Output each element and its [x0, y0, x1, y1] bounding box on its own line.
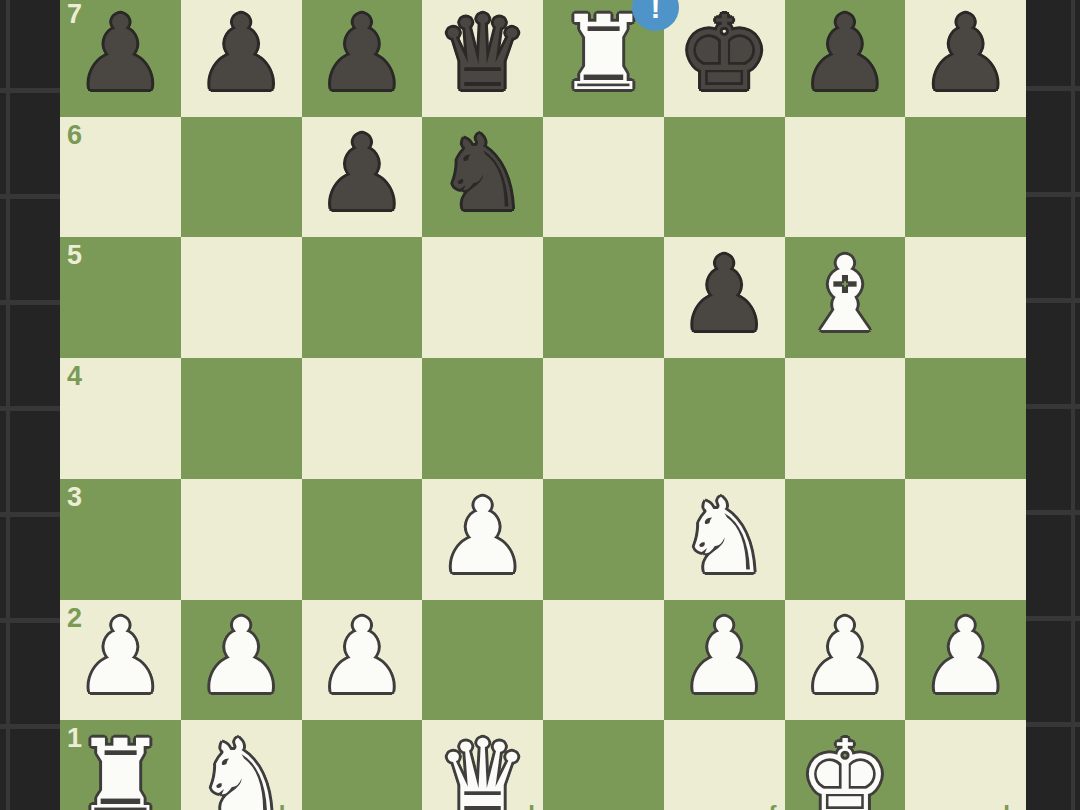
square-f4[interactable]: [664, 358, 785, 479]
square-c7[interactable]: ♟: [302, 0, 423, 117]
square-d6[interactable]: ♞: [422, 117, 543, 238]
square-h6[interactable]: [905, 117, 1026, 238]
white-rook-a1[interactable]: ♜: [60, 717, 181, 810]
square-b5[interactable]: [181, 237, 302, 358]
black-pawn-c6[interactable]: ♟: [302, 114, 423, 235]
square-b1[interactable]: b♞: [181, 720, 302, 810]
square-a1[interactable]: 1a♜: [60, 720, 181, 810]
square-g6[interactable]: [785, 117, 906, 238]
square-f1[interactable]: f: [664, 720, 785, 810]
square-a7[interactable]: 7♟: [60, 0, 181, 117]
white-pawn-d3[interactable]: ♟: [422, 476, 543, 597]
black-knight-d6[interactable]: ♞: [422, 114, 543, 235]
square-c2[interactable]: ♟: [302, 600, 423, 721]
square-b4[interactable]: [181, 358, 302, 479]
black-pawn-f5[interactable]: ♟: [664, 234, 785, 355]
rank-label-6: 6: [67, 120, 82, 151]
square-d5[interactable]: [422, 237, 543, 358]
square-h4[interactable]: [905, 358, 1026, 479]
move-badge-glyph: !: [651, 0, 661, 25]
white-knight-b1[interactable]: ♞: [181, 717, 302, 810]
left-panel-background: [0, 0, 60, 810]
square-a6[interactable]: 6: [60, 117, 181, 238]
square-b3[interactable]: [181, 479, 302, 600]
square-g1[interactable]: g♚: [785, 720, 906, 810]
square-f2[interactable]: ♟: [664, 600, 785, 721]
white-king-g1[interactable]: ♚: [785, 717, 906, 810]
rank-label-3: 3: [67, 482, 82, 513]
white-pawn-f2[interactable]: ♟: [664, 597, 785, 718]
square-f3[interactable]: ♞: [664, 479, 785, 600]
square-c3[interactable]: [302, 479, 423, 600]
file-label-c: c: [401, 801, 414, 810]
right-panel-background: [1026, 0, 1080, 810]
square-g5[interactable]: ♝: [785, 237, 906, 358]
square-f6[interactable]: [664, 117, 785, 238]
square-e2[interactable]: [543, 600, 664, 721]
square-f7[interactable]: ♚: [664, 0, 785, 117]
chess-board[interactable]: 87♟♟♟♛♜♚♟♟6♟♞5♟♝43♟♞2♟♟♟♟♟♟1a♜b♞cd♛efg♚h: [60, 0, 1026, 810]
file-label-h: h: [1003, 801, 1018, 810]
square-d7[interactable]: ♛: [422, 0, 543, 117]
square-g4[interactable]: [785, 358, 906, 479]
square-g3[interactable]: [785, 479, 906, 600]
square-g7[interactable]: ♟: [785, 0, 906, 117]
square-e1[interactable]: e: [543, 720, 664, 810]
black-queen-d7[interactable]: ♛: [422, 0, 543, 114]
rank-label-4: 4: [67, 361, 82, 392]
black-pawn-g7[interactable]: ♟: [785, 0, 906, 114]
square-g2[interactable]: ♟: [785, 600, 906, 721]
square-d2[interactable]: [422, 600, 543, 721]
square-h7[interactable]: ♟: [905, 0, 1026, 117]
square-c5[interactable]: [302, 237, 423, 358]
square-a3[interactable]: 3: [60, 479, 181, 600]
square-c4[interactable]: [302, 358, 423, 479]
square-b2[interactable]: ♟: [181, 600, 302, 721]
square-h3[interactable]: [905, 479, 1026, 600]
square-b6[interactable]: [181, 117, 302, 238]
square-a2[interactable]: 2♟: [60, 600, 181, 721]
white-bishop-g5[interactable]: ♝: [785, 234, 906, 355]
square-c1[interactable]: c: [302, 720, 423, 810]
white-queen-d1[interactable]: ♛: [422, 717, 543, 810]
black-pawn-b7[interactable]: ♟: [181, 0, 302, 114]
square-e5[interactable]: [543, 237, 664, 358]
white-knight-f3[interactable]: ♞: [664, 476, 785, 597]
square-b7[interactable]: ♟: [181, 0, 302, 117]
square-d3[interactable]: ♟: [422, 479, 543, 600]
black-pawn-c7[interactable]: ♟: [302, 0, 423, 114]
white-pawn-h2[interactable]: ♟: [905, 597, 1026, 718]
square-a5[interactable]: 5: [60, 237, 181, 358]
square-d1[interactable]: d♛: [422, 720, 543, 810]
chess-app: 87♟♟♟♛♜♚♟♟6♟♞5♟♝43♟♞2♟♟♟♟♟♟1a♜b♞cd♛efg♚h…: [0, 0, 1080, 810]
square-f5[interactable]: ♟: [664, 237, 785, 358]
square-h5[interactable]: [905, 237, 1026, 358]
square-e3[interactable]: [543, 479, 664, 600]
black-king-f7[interactable]: ♚: [664, 0, 785, 114]
rank-label-5: 5: [67, 240, 82, 271]
white-pawn-g2[interactable]: ♟: [785, 597, 906, 718]
square-e4[interactable]: [543, 358, 664, 479]
white-pawn-b2[interactable]: ♟: [181, 597, 302, 718]
black-pawn-a7[interactable]: ♟: [60, 0, 181, 114]
white-pawn-a2[interactable]: ♟: [60, 597, 181, 718]
black-pawn-h7[interactable]: ♟: [905, 0, 1026, 114]
square-d4[interactable]: [422, 358, 543, 479]
file-label-e: e: [642, 801, 655, 810]
square-h2[interactable]: ♟: [905, 600, 1026, 721]
square-c6[interactable]: ♟: [302, 117, 423, 238]
square-a4[interactable]: 4: [60, 358, 181, 479]
white-pawn-c2[interactable]: ♟: [302, 597, 423, 718]
square-h1[interactable]: h: [905, 720, 1026, 810]
file-label-f: f: [769, 801, 777, 810]
square-e6[interactable]: [543, 117, 664, 238]
